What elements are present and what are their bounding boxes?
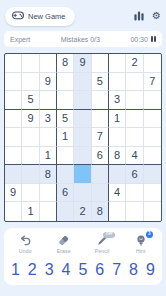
numpad-2[interactable]: 2 [25, 260, 39, 280]
cell-r1c5[interactable]: 9 [74, 54, 91, 73]
cell-r9c4[interactable] [57, 202, 74, 221]
undo-button[interactable]: Undo [10, 235, 40, 254]
cell-r9c8[interactable] [126, 202, 143, 221]
cell-r7c1[interactable] [5, 165, 22, 184]
cell-r9c7[interactable] [109, 202, 126, 221]
cell-r3c1[interactable] [5, 91, 22, 110]
cell-r1c8[interactable]: 2 [126, 54, 143, 73]
control-panel: Undo Erase OFF [4, 228, 162, 285]
cell-r2c9[interactable]: 7 [144, 73, 161, 92]
pencil-label: Pencil [95, 248, 110, 254]
cell-r7c6[interactable] [92, 165, 109, 184]
cell-r4c7[interactable]: 1 [109, 110, 126, 129]
erase-label: Erase [57, 248, 71, 254]
cell-r1c1[interactable] [5, 54, 22, 73]
cell-r6c1[interactable] [5, 147, 22, 166]
cell-r7c9[interactable] [144, 165, 161, 184]
cell-r6c6[interactable]: 6 [92, 147, 109, 166]
cell-r7c8[interactable]: 6 [126, 165, 143, 184]
sudoku-board: 89295753935117168486964128 [4, 53, 162, 222]
gamepad-icon [12, 11, 24, 22]
cell-r4c2[interactable]: 9 [22, 110, 39, 129]
numpad-3[interactable]: 3 [42, 260, 56, 280]
cell-r8c2[interactable] [22, 184, 39, 203]
numpad-6[interactable]: 6 [93, 260, 107, 280]
cell-r5c7[interactable] [109, 128, 126, 147]
cell-r2c7[interactable] [109, 73, 126, 92]
pencil-button[interactable]: OFF Pencil [87, 235, 117, 254]
cell-r9c3[interactable] [40, 202, 57, 221]
cell-r4c3[interactable]: 3 [40, 110, 57, 129]
number-pad: 123456789 [6, 260, 160, 280]
cell-r3c9[interactable] [144, 91, 161, 110]
cell-r8c6[interactable] [92, 184, 109, 203]
new-game-button[interactable]: New Game [5, 7, 75, 26]
difficulty-label: Expert [10, 36, 30, 43]
cell-r3c6[interactable] [92, 91, 109, 110]
cell-r5c9[interactable] [144, 128, 161, 147]
cell-r1c2[interactable] [22, 54, 39, 73]
cell-r9c1[interactable] [5, 202, 22, 221]
cell-r1c3[interactable] [40, 54, 57, 73]
cell-r2c4[interactable] [57, 73, 74, 92]
top-bar: New Game ⚙ [0, 0, 166, 27]
cell-r7c2[interactable] [22, 165, 39, 184]
cell-r3c2[interactable]: 5 [22, 91, 39, 110]
cell-r6c2[interactable] [22, 147, 39, 166]
cell-r7c3[interactable]: 8 [40, 165, 57, 184]
cell-r7c7[interactable] [109, 165, 126, 184]
cell-r3c3[interactable] [40, 91, 57, 110]
cell-r4c8[interactable] [126, 110, 143, 129]
cell-r5c8[interactable] [126, 128, 143, 147]
cell-r8c1[interactable]: 9 [5, 184, 22, 203]
cell-r3c5[interactable] [74, 91, 91, 110]
cell-r1c6[interactable] [92, 54, 109, 73]
numpad-8[interactable]: 8 [127, 260, 141, 280]
cell-r5c1[interactable] [5, 128, 22, 147]
hint-count-badge: 3 [146, 231, 153, 238]
cell-r2c1[interactable] [5, 73, 22, 92]
cell-r2c5[interactable] [74, 73, 91, 92]
timer-label: 00:30 [130, 36, 148, 43]
cell-r4c6[interactable] [92, 110, 109, 129]
cell-r3c8[interactable] [126, 91, 143, 110]
cell-r4c5[interactable] [74, 110, 91, 129]
cell-r8c5[interactable] [74, 184, 91, 203]
cell-r3c4[interactable] [57, 91, 74, 110]
cell-r5c2[interactable] [22, 128, 39, 147]
cell-r1c4[interactable]: 8 [57, 54, 74, 73]
cell-r9c5[interactable]: 2 [74, 202, 91, 221]
cell-r2c8[interactable] [126, 73, 143, 92]
cell-r8c3[interactable] [40, 184, 57, 203]
hint-label: Hint [136, 248, 146, 254]
toolbar: Undo Erase OFF [6, 235, 160, 254]
cell-r8c9[interactable] [144, 184, 161, 203]
cell-r6c5[interactable] [74, 147, 91, 166]
status-bar: Expert Mistakes 0/3 00:30 [4, 31, 162, 47]
cell-r3c7[interactable]: 3 [109, 91, 126, 110]
mistakes-label: Mistakes 0/3 [61, 36, 100, 43]
cell-r2c6[interactable]: 5 [92, 73, 109, 92]
undo-label: Undo [19, 248, 32, 254]
numpad-4[interactable]: 4 [59, 260, 73, 280]
cell-r4c4[interactable]: 5 [57, 110, 74, 129]
lightbulb-icon [136, 235, 146, 246]
cell-r2c3[interactable]: 9 [40, 73, 57, 92]
erase-button[interactable]: Erase [49, 235, 79, 254]
cell-r1c9[interactable] [144, 54, 161, 73]
undo-icon [20, 235, 31, 246]
bar-chart-icon [134, 9, 144, 24]
cell-r1c7[interactable] [109, 54, 126, 73]
cell-r6c8[interactable]: 4 [126, 147, 143, 166]
cell-r6c4[interactable] [57, 147, 74, 166]
cell-r4c9[interactable] [144, 110, 161, 129]
cell-r8c4[interactable]: 6 [57, 184, 74, 203]
stats-button[interactable] [134, 9, 144, 24]
new-game-label: New Game [28, 12, 66, 21]
hint-button[interactable]: 3 Hint [126, 235, 156, 254]
cell-r7c5[interactable] [74, 165, 91, 184]
cell-r7c4[interactable] [57, 165, 74, 184]
pause-icon[interactable] [151, 36, 156, 42]
cell-r5c4[interactable]: 1 [57, 128, 74, 147]
eraser-icon [58, 235, 69, 246]
numpad-1[interactable]: 1 [8, 260, 22, 280]
cell-r5c5[interactable] [74, 128, 91, 147]
gear-icon: ⚙ [152, 11, 161, 21]
cell-r6c3[interactable]: 1 [40, 147, 57, 166]
cell-r9c9[interactable] [144, 202, 161, 221]
cell-r5c6[interactable]: 7 [92, 128, 109, 147]
settings-button[interactable]: ⚙ [152, 11, 161, 21]
numpad-5[interactable]: 5 [76, 260, 90, 280]
numpad-9[interactable]: 9 [143, 260, 157, 280]
cell-r9c2[interactable]: 1 [22, 202, 39, 221]
cell-r9c6[interactable]: 8 [92, 202, 109, 221]
cell-r6c9[interactable] [144, 147, 161, 166]
sudoku-app: New Game ⚙ Expert Mistakes 0/3 00:30 [0, 0, 166, 296]
cell-r4c1[interactable] [5, 110, 22, 129]
cell-r2c2[interactable] [22, 73, 39, 92]
cell-r8c7[interactable]: 4 [109, 184, 126, 203]
cell-r6c7[interactable]: 8 [109, 147, 126, 166]
cell-r8c8[interactable] [126, 184, 143, 203]
numpad-7[interactable]: 7 [110, 260, 124, 280]
cell-r5c3[interactable] [40, 128, 57, 147]
pencil-off-badge: OFF [103, 232, 115, 238]
